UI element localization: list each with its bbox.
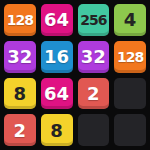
tile-64[interactable]: 64	[41, 78, 73, 110]
tile-64[interactable]: 64	[41, 4, 73, 36]
tile-8[interactable]: 8	[41, 114, 73, 146]
tile-2[interactable]: 2	[78, 78, 110, 110]
tile-128[interactable]: 128	[4, 4, 36, 36]
tile-256[interactable]: 256	[78, 4, 110, 36]
tile-32[interactable]: 32	[4, 41, 36, 73]
tile-16[interactable]: 16	[41, 41, 73, 73]
empty-cell[interactable]	[78, 114, 110, 146]
empty-cell[interactable]	[114, 78, 146, 110]
tile-128[interactable]: 128	[114, 41, 146, 73]
tile-8[interactable]: 8	[4, 78, 36, 110]
tile-4[interactable]: 4	[114, 4, 146, 36]
tile-2[interactable]: 2	[4, 114, 36, 146]
tile-32[interactable]: 32	[78, 41, 110, 73]
empty-cell[interactable]	[114, 114, 146, 146]
board[interactable]: 128642564321632128864228	[0, 0, 150, 150]
